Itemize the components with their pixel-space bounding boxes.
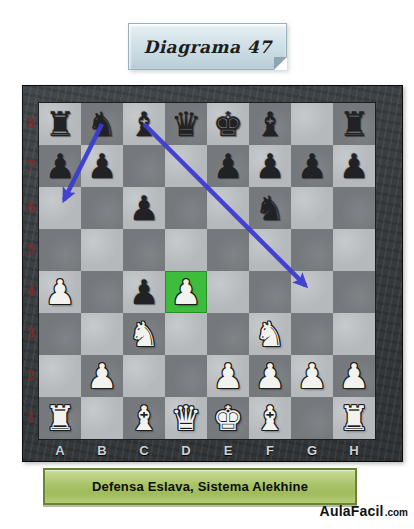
square-c8: ♝ <box>123 103 165 145</box>
square-a3 <box>39 313 81 355</box>
white-queen-d1: ♛ <box>171 397 201 439</box>
square-f8: ♝ <box>249 103 291 145</box>
square-f4 <box>249 271 291 313</box>
square-d3 <box>165 313 207 355</box>
rank-label-7: 7 <box>23 145 39 187</box>
white-bishop-c1: ♝ <box>129 397 159 439</box>
rank-label-4: 4 <box>23 271 39 313</box>
square-f7: ♟ <box>249 145 291 187</box>
square-h2: ♟ <box>333 355 375 397</box>
square-c2 <box>123 355 165 397</box>
square-f2: ♟ <box>249 355 291 397</box>
black-pawn-e7: ♟ <box>213 145 243 187</box>
square-d6 <box>165 187 207 229</box>
square-a5 <box>39 229 81 271</box>
square-a7: ♟ <box>39 145 81 187</box>
square-b8: ♞ <box>81 103 123 145</box>
rank-label-6: 6 <box>23 187 39 229</box>
rank-label-5: 5 <box>23 229 39 271</box>
square-c1: ♝ <box>123 397 165 439</box>
opening-name: Defensa Eslava, Sistema Alekhine <box>92 479 308 494</box>
rank-label-1: 1 <box>23 397 39 439</box>
file-label-a: A <box>39 439 81 461</box>
black-pawn-c6: ♟ <box>129 187 159 229</box>
square-a1: ♜ <box>39 397 81 439</box>
square-c3: ♞ <box>123 313 165 355</box>
square-h4 <box>333 271 375 313</box>
square-h1: ♜ <box>333 397 375 439</box>
square-d2 <box>165 355 207 397</box>
board-squares: ♜♞♝♛♚♝♜♟♟♟♟♟♟♟♞♟♟♟♞♞♟♟♟♟♟♜♝♛♚♝♜ <box>39 103 375 439</box>
black-pawn-a7: ♟ <box>45 145 75 187</box>
square-f1: ♝ <box>249 397 291 439</box>
square-g7: ♟ <box>291 145 333 187</box>
file-label-g: G <box>291 439 333 461</box>
diagram-title: Diagrama 47 <box>143 37 271 57</box>
square-g1 <box>291 397 333 439</box>
square-b1 <box>81 397 123 439</box>
white-knight-f3: ♞ <box>255 313 285 355</box>
square-c6: ♟ <box>123 187 165 229</box>
square-e1: ♚ <box>207 397 249 439</box>
square-a4: ♟ <box>39 271 81 313</box>
square-e5 <box>207 229 249 271</box>
white-pawn-a4: ♟ <box>45 271 75 313</box>
file-labels: ABCDEFGH <box>39 439 375 461</box>
square-d5 <box>165 229 207 271</box>
rank-labels: 87654321 <box>23 103 39 439</box>
black-rook-a8: ♜ <box>45 103 75 145</box>
square-f6: ♞ <box>249 187 291 229</box>
square-g3 <box>291 313 333 355</box>
white-bishop-f1: ♝ <box>255 397 285 439</box>
square-c5 <box>123 229 165 271</box>
white-pawn-d4: ♟ <box>171 271 201 313</box>
square-d4: ♟ <box>165 271 207 313</box>
square-g8 <box>291 103 333 145</box>
rank-label-2: 2 <box>23 355 39 397</box>
square-b3 <box>81 313 123 355</box>
black-rook-h8: ♜ <box>339 103 369 145</box>
square-g5 <box>291 229 333 271</box>
black-knight-b8: ♞ <box>87 103 117 145</box>
white-rook-h1: ♜ <box>339 397 369 439</box>
file-label-d: D <box>165 439 207 461</box>
square-b7: ♟ <box>81 145 123 187</box>
white-knight-c3: ♞ <box>129 313 159 355</box>
black-pawn-c4: ♟ <box>129 271 159 313</box>
black-pawn-h7: ♟ <box>339 145 369 187</box>
file-label-e: E <box>207 439 249 461</box>
square-h8: ♜ <box>333 103 375 145</box>
square-f5 <box>249 229 291 271</box>
black-pawn-b7: ♟ <box>87 145 117 187</box>
file-label-c: C <box>123 439 165 461</box>
black-pawn-f7: ♟ <box>255 145 285 187</box>
square-g4 <box>291 271 333 313</box>
white-pawn-h2: ♟ <box>339 355 369 397</box>
square-b5 <box>81 229 123 271</box>
square-h3 <box>333 313 375 355</box>
square-g6 <box>291 187 333 229</box>
white-pawn-e2: ♟ <box>213 355 243 397</box>
square-g2: ♟ <box>291 355 333 397</box>
square-e8: ♚ <box>207 103 249 145</box>
file-label-h: H <box>333 439 375 461</box>
caption-banner: Defensa Eslava, Sistema Alekhine <box>43 468 357 505</box>
square-f3: ♞ <box>249 313 291 355</box>
square-a6 <box>39 187 81 229</box>
square-b4 <box>81 271 123 313</box>
watermark-brand: AulaFacil <box>320 503 384 519</box>
black-queen-d8: ♛ <box>171 103 201 145</box>
black-pawn-g7: ♟ <box>297 145 327 187</box>
white-rook-a1: ♜ <box>45 397 75 439</box>
rank-label-3: 3 <box>23 313 39 355</box>
square-h6 <box>333 187 375 229</box>
square-e4 <box>207 271 249 313</box>
black-bishop-f8: ♝ <box>255 103 285 145</box>
square-e7: ♟ <box>207 145 249 187</box>
white-king-e1: ♚ <box>213 397 243 439</box>
rank-label-8: 8 <box>23 103 39 145</box>
black-king-e8: ♚ <box>213 103 243 145</box>
site-watermark: AulaFacil .com <box>320 503 408 519</box>
file-label-b: B <box>81 439 123 461</box>
square-h7: ♟ <box>333 145 375 187</box>
square-b6 <box>81 187 123 229</box>
white-pawn-g2: ♟ <box>297 355 327 397</box>
black-knight-f6: ♞ <box>255 187 285 229</box>
square-e6 <box>207 187 249 229</box>
square-d7 <box>165 145 207 187</box>
square-a8: ♜ <box>39 103 81 145</box>
square-d8: ♛ <box>165 103 207 145</box>
square-e2: ♟ <box>207 355 249 397</box>
watermark-tld: .com <box>385 507 408 518</box>
chess-board: 87654321 ♜♞♝♛♚♝♜♟♟♟♟♟♟♟♞♟♟♟♞♞♟♟♟♟♟♜♝♛♚♝♜… <box>22 85 403 462</box>
square-h5 <box>333 229 375 271</box>
square-a2 <box>39 355 81 397</box>
square-d1: ♛ <box>165 397 207 439</box>
black-bishop-c8: ♝ <box>129 103 159 145</box>
file-label-f: F <box>249 439 291 461</box>
square-e3 <box>207 313 249 355</box>
square-c4: ♟ <box>123 271 165 313</box>
white-pawn-b2: ♟ <box>87 355 117 397</box>
white-pawn-f2: ♟ <box>255 355 285 397</box>
title-banner: Diagrama 47 <box>128 23 287 70</box>
square-b2: ♟ <box>81 355 123 397</box>
square-c7 <box>123 145 165 187</box>
